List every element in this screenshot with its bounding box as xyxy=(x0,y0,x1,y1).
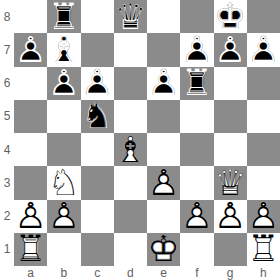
white-queen-piece-detail: ♕ xyxy=(214,166,247,199)
white-knight-piece-detail: ♘ xyxy=(47,166,80,199)
square-a5[interactable] xyxy=(14,100,47,133)
square-h4[interactable] xyxy=(247,133,280,166)
square-c6[interactable]: ♟♙ xyxy=(81,67,114,100)
white-bishop-piece-detail: ♗ xyxy=(114,133,147,166)
file-label-b: b xyxy=(47,266,80,280)
white-pawn-piece-detail: ♙ xyxy=(247,200,280,233)
corner-spacer xyxy=(0,266,14,280)
square-f4[interactable] xyxy=(180,133,213,166)
file-label-g: g xyxy=(214,266,247,280)
black-pawn-piece-detail: ♙ xyxy=(47,67,80,100)
white-pawn-piece-detail: ♙ xyxy=(214,200,247,233)
rank-label-7: 7 xyxy=(0,33,14,66)
white-pawn-piece-detail: ♙ xyxy=(180,200,213,233)
rank-label-4: 4 xyxy=(0,133,14,166)
square-e7[interactable] xyxy=(147,33,180,66)
square-e6[interactable]: ♟♙ xyxy=(147,67,180,100)
black-pawn-piece[interactable]: ♟ xyxy=(14,33,47,66)
black-pawn-piece[interactable]: ♟ xyxy=(180,33,213,66)
black-pawn-piece-detail: ♙ xyxy=(14,33,47,66)
file-label-d: d xyxy=(114,266,147,280)
white-queen-piece[interactable]: ♛ xyxy=(214,166,247,199)
square-c1[interactable] xyxy=(81,233,114,266)
file-label-c: c xyxy=(81,266,114,280)
rank-label-3: 3 xyxy=(0,166,14,199)
white-pawn-piece[interactable]: ♟ xyxy=(14,200,47,233)
file-label-e: e xyxy=(147,266,180,280)
black-bishop-piece-detail: ♗ xyxy=(47,33,80,66)
square-f7[interactable]: ♟♙ xyxy=(180,33,213,66)
rank-label-1: 1 xyxy=(0,233,14,266)
square-c2[interactable] xyxy=(81,200,114,233)
square-a6[interactable] xyxy=(14,67,47,100)
file-labels: abcdefgh xyxy=(14,266,280,280)
white-pawn-piece[interactable]: ♟ xyxy=(247,200,280,233)
square-b6[interactable]: ♟♙ xyxy=(47,67,80,100)
black-rook-piece[interactable]: ♜ xyxy=(47,0,80,33)
square-g1[interactable] xyxy=(214,233,247,266)
square-a3[interactable] xyxy=(14,166,47,199)
square-h6[interactable] xyxy=(247,67,280,100)
square-a7[interactable]: ♟♙ xyxy=(14,33,47,66)
file-label-f: f xyxy=(180,266,213,280)
square-g2[interactable]: ♟♙ xyxy=(214,200,247,233)
square-f3[interactable] xyxy=(180,166,213,199)
white-knight-piece[interactable]: ♞ xyxy=(47,166,80,199)
square-d6[interactable] xyxy=(114,67,147,100)
rank-label-6: 6 xyxy=(0,67,14,100)
square-b4[interactable] xyxy=(47,133,80,166)
square-g4[interactable] xyxy=(214,133,247,166)
square-c5[interactable]: ♞♘ xyxy=(81,100,114,133)
black-rook-piece[interactable]: ♜ xyxy=(180,67,213,100)
square-c7[interactable] xyxy=(81,33,114,66)
square-f2[interactable]: ♟♙ xyxy=(180,200,213,233)
square-b7[interactable]: ♝♗ xyxy=(47,33,80,66)
rank-label-5: 5 xyxy=(0,100,14,133)
white-pawn-piece-detail: ♙ xyxy=(147,166,180,199)
black-pawn-piece[interactable]: ♟ xyxy=(47,67,80,100)
white-pawn-piece[interactable]: ♟ xyxy=(180,200,213,233)
square-h2[interactable]: ♟♙ xyxy=(247,200,280,233)
black-king-piece-detail: ♔ xyxy=(214,0,247,33)
square-f5[interactable] xyxy=(180,100,213,133)
square-b2[interactable]: ♟♙ xyxy=(47,200,80,233)
white-pawn-piece[interactable]: ♟ xyxy=(147,166,180,199)
black-pawn-piece-detail: ♙ xyxy=(247,33,280,66)
square-b5[interactable] xyxy=(47,100,80,133)
square-h8[interactable] xyxy=(247,0,280,33)
rank-labels: 87654321 xyxy=(0,0,14,266)
square-d3[interactable] xyxy=(114,166,147,199)
square-e4[interactable] xyxy=(147,133,180,166)
square-d2[interactable] xyxy=(114,200,147,233)
white-rook-piece[interactable]: ♜ xyxy=(14,233,47,266)
white-pawn-piece-detail: ♙ xyxy=(14,200,47,233)
square-f8[interactable] xyxy=(180,0,213,33)
black-pawn-piece-detail: ♙ xyxy=(81,67,114,100)
file-label-a: a xyxy=(14,266,47,280)
square-g8[interactable]: ♚♔ xyxy=(214,0,247,33)
square-g5[interactable] xyxy=(214,100,247,133)
chess-board: ♜♖♛♕♚♔♟♙♝♗♟♙♟♙♟♙♟♙♟♙♟♙♜♖♞♘♝♗♞♘♟♙♛♕♟♙♟♙♟♙… xyxy=(14,0,280,266)
square-c8[interactable] xyxy=(81,0,114,33)
file-label-h: h xyxy=(247,266,280,280)
square-e2[interactable] xyxy=(147,200,180,233)
square-g6[interactable] xyxy=(214,67,247,100)
square-b3[interactable]: ♞♘ xyxy=(47,166,80,199)
square-a2[interactable]: ♟♙ xyxy=(14,200,47,233)
square-h5[interactable] xyxy=(247,100,280,133)
square-e5[interactable] xyxy=(147,100,180,133)
white-rook-piece-detail: ♖ xyxy=(247,233,280,266)
white-pawn-piece-detail: ♙ xyxy=(47,200,80,233)
square-c4[interactable] xyxy=(81,133,114,166)
square-h1[interactable]: ♜♖ xyxy=(247,233,280,266)
square-g3[interactable]: ♛♕ xyxy=(214,166,247,199)
black-pawn-piece-detail: ♙ xyxy=(214,33,247,66)
black-pawn-piece-detail: ♙ xyxy=(180,33,213,66)
square-e1[interactable]: ♚♔ xyxy=(147,233,180,266)
white-king-piece[interactable]: ♚ xyxy=(147,233,180,266)
square-a4[interactable] xyxy=(14,133,47,166)
white-rook-piece[interactable]: ♜ xyxy=(247,233,280,266)
black-pawn-piece-detail: ♙ xyxy=(147,67,180,100)
square-d4[interactable]: ♝♗ xyxy=(114,133,147,166)
square-d7[interactable] xyxy=(114,33,147,66)
rank-label-2: 2 xyxy=(0,200,14,233)
rank-label-8: 8 xyxy=(0,0,14,33)
black-pawn-piece[interactable]: ♟ xyxy=(81,67,114,100)
square-g7[interactable]: ♟♙ xyxy=(214,33,247,66)
black-pawn-piece[interactable]: ♟ xyxy=(147,67,180,100)
square-h7[interactable]: ♟♙ xyxy=(247,33,280,66)
black-queen-piece-detail: ♕ xyxy=(114,0,147,33)
white-rook-piece-detail: ♖ xyxy=(14,233,47,266)
square-e3[interactable]: ♟♙ xyxy=(147,166,180,199)
square-a1[interactable]: ♜♖ xyxy=(14,233,47,266)
square-f6[interactable]: ♜♖ xyxy=(180,67,213,100)
white-king-piece-detail: ♔ xyxy=(147,233,180,266)
black-pawn-piece[interactable]: ♟ xyxy=(247,33,280,66)
chess-board-diagram: 87654321 ♜♖♛♕♚♔♟♙♝♗♟♙♟♙♟♙♟♙♟♙♟♙♜♖♞♘♝♗♞♘♟… xyxy=(0,0,280,280)
black-queen-piece[interactable]: ♛ xyxy=(114,0,147,33)
black-bishop-piece[interactable]: ♝ xyxy=(47,33,80,66)
square-b1[interactable] xyxy=(47,233,80,266)
black-rook-piece-detail: ♖ xyxy=(47,0,80,33)
square-e8[interactable] xyxy=(147,0,180,33)
square-f1[interactable] xyxy=(180,233,213,266)
white-bishop-piece[interactable]: ♝ xyxy=(114,133,147,166)
square-d1[interactable] xyxy=(114,233,147,266)
black-king-piece[interactable]: ♚ xyxy=(214,0,247,33)
square-b8[interactable]: ♜♖ xyxy=(47,0,80,33)
square-d8[interactable]: ♛♕ xyxy=(114,0,147,33)
square-c3[interactable] xyxy=(81,166,114,199)
black-knight-piece[interactable]: ♞ xyxy=(81,100,114,133)
square-d5[interactable] xyxy=(114,100,147,133)
black-knight-piece-detail: ♘ xyxy=(81,100,114,133)
black-pawn-piece[interactable]: ♟ xyxy=(214,33,247,66)
square-h3[interactable] xyxy=(247,166,280,199)
square-a8[interactable] xyxy=(14,0,47,33)
white-pawn-piece[interactable]: ♟ xyxy=(47,200,80,233)
white-pawn-piece[interactable]: ♟ xyxy=(214,200,247,233)
black-rook-piece-detail: ♖ xyxy=(180,67,213,100)
